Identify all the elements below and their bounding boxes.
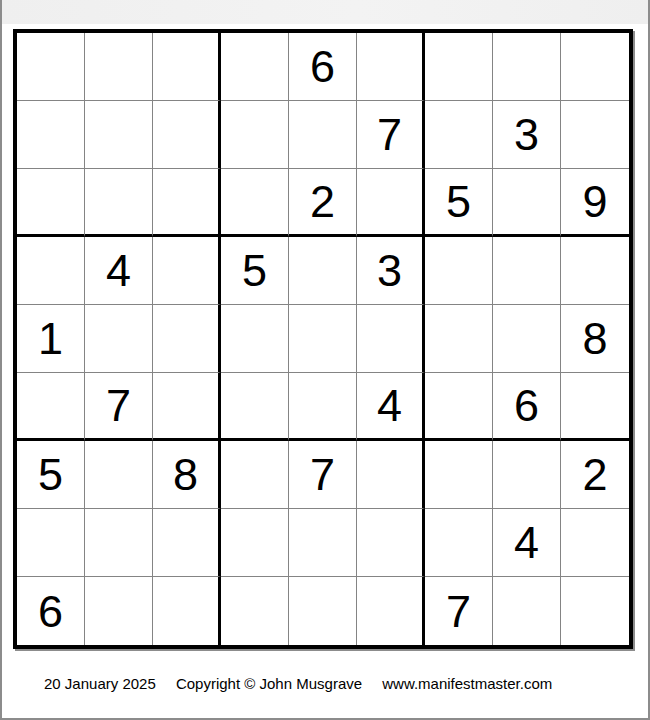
footer: 20 January 2025 Copyright © John Musgrav… xyxy=(44,675,552,692)
sudoku-cell-r6c9[interactable] xyxy=(561,373,629,441)
sudoku-cell-r3c7[interactable]: 5 xyxy=(425,169,493,237)
sudoku-cell-r6c2[interactable]: 7 xyxy=(85,373,153,441)
sudoku-cell-r8c1[interactable] xyxy=(17,509,85,577)
sudoku-cell-r8c7[interactable] xyxy=(425,509,493,577)
sudoku-cell-r8c9[interactable] xyxy=(561,509,629,577)
sudoku-cell-r8c4[interactable] xyxy=(221,509,289,577)
sudoku-cell-r6c6[interactable]: 4 xyxy=(357,373,425,441)
sudoku-cell-r4c3[interactable] xyxy=(153,237,221,305)
sudoku-cell-r7c8[interactable] xyxy=(493,441,561,509)
sudoku-cell-r4c5[interactable] xyxy=(289,237,357,305)
sudoku-cell-r5c8[interactable] xyxy=(493,305,561,373)
sudoku-cell-r8c3[interactable] xyxy=(153,509,221,577)
sudoku-cell-r4c9[interactable] xyxy=(561,237,629,305)
sudoku-cell-r2c3[interactable] xyxy=(153,101,221,169)
sudoku-cell-r6c4[interactable] xyxy=(221,373,289,441)
sudoku-cell-r1c1[interactable] xyxy=(17,33,85,101)
sudoku-cell-r4c4[interactable]: 5 xyxy=(221,237,289,305)
sudoku-cell-r3c1[interactable] xyxy=(17,169,85,237)
footer-date: 20 January 2025 xyxy=(44,675,156,692)
sudoku-cell-r2c8[interactable]: 3 xyxy=(493,101,561,169)
sudoku-cell-r6c7[interactable] xyxy=(425,373,493,441)
sudoku-cell-r5c9[interactable]: 8 xyxy=(561,305,629,373)
sudoku-cell-r7c2[interactable] xyxy=(85,441,153,509)
sudoku-cell-r1c5[interactable]: 6 xyxy=(289,33,357,101)
sudoku-cell-r7c6[interactable] xyxy=(357,441,425,509)
sudoku-cell-r5c1[interactable]: 1 xyxy=(17,305,85,373)
sudoku-cell-r8c6[interactable] xyxy=(357,509,425,577)
sudoku-cell-r2c7[interactable] xyxy=(425,101,493,169)
page: 673259453187465872467 20 January 2025 Co… xyxy=(0,0,650,720)
sudoku-board: 673259453187465872467 xyxy=(13,29,633,649)
sudoku-cell-r9c8[interactable] xyxy=(493,577,561,645)
sudoku-cell-r3c3[interactable] xyxy=(153,169,221,237)
sudoku-cell-r2c1[interactable] xyxy=(17,101,85,169)
sudoku-cell-r3c8[interactable] xyxy=(493,169,561,237)
sudoku-cell-r5c3[interactable] xyxy=(153,305,221,373)
sudoku-cell-r5c6[interactable] xyxy=(357,305,425,373)
sudoku-cell-r2c4[interactable] xyxy=(221,101,289,169)
sudoku-cell-r9c2[interactable] xyxy=(85,577,153,645)
sudoku-cell-r2c5[interactable] xyxy=(289,101,357,169)
sudoku-cell-r2c6[interactable]: 7 xyxy=(357,101,425,169)
sudoku-cell-r4c7[interactable] xyxy=(425,237,493,305)
sudoku-cell-r3c5[interactable]: 2 xyxy=(289,169,357,237)
sudoku-cell-r7c3[interactable]: 8 xyxy=(153,441,221,509)
sudoku-cell-r7c9[interactable]: 2 xyxy=(561,441,629,509)
sudoku-cell-r3c4[interactable] xyxy=(221,169,289,237)
sudoku-cell-r7c7[interactable] xyxy=(425,441,493,509)
sudoku-cell-r1c4[interactable] xyxy=(221,33,289,101)
sudoku-cell-r1c9[interactable] xyxy=(561,33,629,101)
sudoku-cell-r1c3[interactable] xyxy=(153,33,221,101)
sudoku-cell-r4c1[interactable] xyxy=(17,237,85,305)
sudoku-cell-r2c9[interactable] xyxy=(561,101,629,169)
sudoku-cell-r9c1[interactable]: 6 xyxy=(17,577,85,645)
sudoku-cell-r3c9[interactable]: 9 xyxy=(561,169,629,237)
footer-copyright: Copyright © John Musgrave xyxy=(176,675,362,692)
sudoku-cell-r4c2[interactable]: 4 xyxy=(85,237,153,305)
sudoku-cell-r3c2[interactable] xyxy=(85,169,153,237)
sudoku-cell-r6c1[interactable] xyxy=(17,373,85,441)
sudoku-cell-r1c6[interactable] xyxy=(357,33,425,101)
sudoku-cell-r5c5[interactable] xyxy=(289,305,357,373)
sudoku-cell-r8c8[interactable]: 4 xyxy=(493,509,561,577)
sudoku-cell-r9c6[interactable] xyxy=(357,577,425,645)
sudoku-cell-r2c2[interactable] xyxy=(85,101,153,169)
footer-website: www.manifestmaster.com xyxy=(382,675,552,692)
sudoku-cell-r8c5[interactable] xyxy=(289,509,357,577)
sudoku-cell-r9c5[interactable] xyxy=(289,577,357,645)
sudoku-cell-r7c4[interactable] xyxy=(221,441,289,509)
sudoku-cell-r5c2[interactable] xyxy=(85,305,153,373)
sudoku-cell-r4c8[interactable] xyxy=(493,237,561,305)
sudoku-cell-r9c3[interactable] xyxy=(153,577,221,645)
sudoku-cell-r1c2[interactable] xyxy=(85,33,153,101)
sudoku-cell-r1c8[interactable] xyxy=(493,33,561,101)
sudoku-cell-r7c5[interactable]: 7 xyxy=(289,441,357,509)
sudoku-cell-r9c4[interactable] xyxy=(221,577,289,645)
sudoku-cell-r4c6[interactable]: 3 xyxy=(357,237,425,305)
sudoku-cell-r1c7[interactable] xyxy=(425,33,493,101)
sudoku-cell-r5c7[interactable] xyxy=(425,305,493,373)
sudoku-cell-r8c2[interactable] xyxy=(85,509,153,577)
sudoku-cell-r9c7[interactable]: 7 xyxy=(425,577,493,645)
sudoku-cell-r6c5[interactable] xyxy=(289,373,357,441)
sudoku-cell-r5c4[interactable] xyxy=(221,305,289,373)
sudoku-cell-r7c1[interactable]: 5 xyxy=(17,441,85,509)
sudoku-cell-r9c9[interactable] xyxy=(561,577,629,645)
sudoku-cell-r3c6[interactable] xyxy=(357,169,425,237)
top-strip xyxy=(2,0,648,24)
sudoku-cell-r6c3[interactable] xyxy=(153,373,221,441)
sudoku-cell-r6c8[interactable]: 6 xyxy=(493,373,561,441)
